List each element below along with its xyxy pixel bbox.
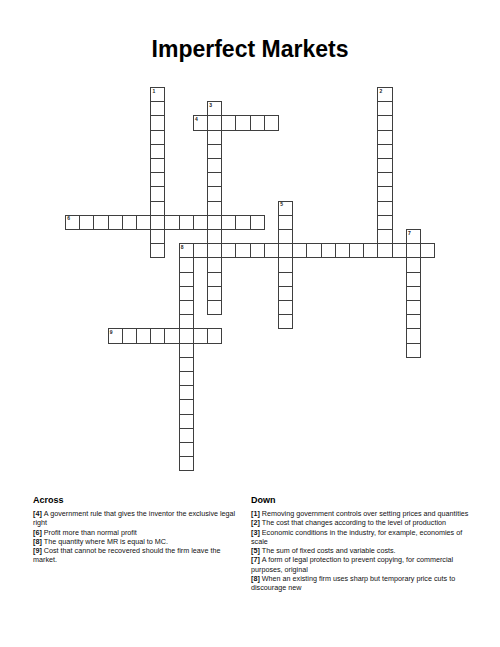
clue-down-2: [2] The cost that changes according to t… — [251, 518, 472, 527]
grid-cell-r0c6[interactable]: 1 — [150, 87, 165, 102]
grid-cell-r5c22[interactable] — [377, 158, 392, 173]
grid-cell-r2c14[interactable] — [264, 115, 279, 130]
grid-cell-r11c10[interactable] — [207, 243, 222, 258]
clue-number-8: 8 — [181, 245, 184, 251]
clue-number-4: 4 — [195, 117, 198, 123]
grid-cell-r9c10[interactable] — [207, 215, 222, 230]
grid-cell-r7c22[interactable] — [377, 186, 392, 201]
grid-cell-r19c8[interactable] — [179, 357, 194, 372]
grid-cell-r15c15[interactable] — [278, 300, 293, 315]
clue-number-label: [4] — [33, 509, 44, 518]
grid-cell-r13c15[interactable] — [278, 272, 293, 287]
clue-number-1: 1 — [152, 89, 155, 95]
grid-cell-r11c11[interactable] — [221, 243, 236, 258]
grid-cell-r26c8[interactable] — [179, 456, 194, 471]
grid-cell-r6c6[interactable] — [150, 172, 165, 187]
grid-cell-r11c14[interactable] — [264, 243, 279, 258]
grid-cell-r10c22[interactable] — [377, 229, 392, 244]
down-clue-list: [1] Removing government controls over se… — [251, 509, 472, 593]
clue-number-label: [8] — [251, 574, 262, 583]
clue-number-label: [2] — [251, 518, 262, 527]
grid-cell-r15c8[interactable] — [179, 300, 194, 315]
clue-number-label: [9] — [33, 546, 44, 555]
grid-cell-r9c3[interactable] — [108, 215, 123, 230]
grid-cell-r0c22[interactable]: 2 — [377, 87, 392, 102]
clue-down-5: [5] The sum of fixed costs and variable … — [251, 546, 472, 555]
grid-cell-r4c10[interactable] — [207, 144, 222, 159]
grid-cell-r11c16[interactable] — [292, 243, 307, 258]
grid-cell-r6c22[interactable] — [377, 172, 392, 187]
grid-cell-r14c10[interactable] — [207, 286, 222, 301]
grid-cell-r16c15[interactable] — [278, 314, 293, 329]
clue-down-7: [7] A form of legal protection to preven… — [251, 555, 472, 574]
grid-cell-r12c24[interactable] — [406, 257, 421, 272]
clue-number-label: [7] — [251, 555, 262, 564]
grid-cell-r15c24[interactable] — [406, 300, 421, 315]
grid-cell-r10c6[interactable] — [150, 229, 165, 244]
grid-cell-r2c12[interactable] — [235, 115, 250, 130]
across-clue-list: [4] A government rule that gives the inv… — [33, 509, 241, 565]
grid-cell-r11c6[interactable] — [150, 243, 165, 258]
grid-cell-r8c10[interactable] — [207, 201, 222, 216]
grid-cell-r9c22[interactable] — [377, 215, 392, 230]
grid-cell-r18c8[interactable] — [179, 343, 194, 358]
grid-cell-r9c5[interactable] — [136, 215, 151, 230]
clue-number-label: [3] — [251, 528, 262, 537]
grid-cell-r2c6[interactable] — [150, 115, 165, 130]
grid-cell-r9c4[interactable] — [122, 215, 137, 230]
clue-number-6: 6 — [67, 216, 70, 222]
clue-down-1: [1] Removing government controls over se… — [251, 509, 472, 518]
clue-across-9: [9] Cost that cannot be recovered should… — [33, 546, 241, 565]
grid-cell-r9c6[interactable] — [150, 215, 165, 230]
grid-cell-r11c21[interactable] — [363, 243, 378, 258]
grid-cell-r10c24[interactable]: 7 — [406, 229, 421, 244]
grid-cell-r2c13[interactable] — [250, 115, 265, 130]
clue-number-2: 2 — [380, 89, 383, 95]
clue-number-label: [5] — [251, 546, 262, 555]
grid-cell-r14c24[interactable] — [406, 286, 421, 301]
grid-cell-r3c22[interactable] — [377, 130, 392, 145]
clue-number-5: 5 — [280, 202, 283, 208]
grid-cell-r17c24[interactable] — [406, 328, 421, 343]
grid-cell-r17c6[interactable] — [150, 328, 165, 343]
grid-cell-r11c23[interactable] — [392, 243, 407, 258]
grid-cell-r20c8[interactable] — [179, 371, 194, 386]
grid-cell-r14c15[interactable] — [278, 286, 293, 301]
grid-cell-r3c10[interactable] — [207, 130, 222, 145]
grid-cell-r3c6[interactable] — [150, 130, 165, 145]
grid-cell-r11c13[interactable] — [250, 243, 265, 258]
clue-number-label: [6] — [33, 528, 44, 537]
grid-cell-r17c8[interactable] — [179, 328, 194, 343]
clue-down-8: [8] When an existing firm uses sharp but… — [251, 574, 472, 593]
grid-cell-r8c22[interactable] — [377, 201, 392, 216]
grid-cell-r11c8[interactable]: 8 — [179, 243, 194, 258]
grid-cell-r9c0[interactable]: 6 — [65, 215, 80, 230]
grid-cell-r18c24[interactable] — [406, 343, 421, 358]
grid-cell-r9c8[interactable] — [179, 215, 194, 230]
puzzle-page: Imperfect Markets 123456789 Across [4] A… — [0, 0, 500, 647]
grid-cell-r4c22[interactable] — [377, 144, 392, 159]
grid-cell-r9c9[interactable] — [193, 215, 208, 230]
grid-cell-r17c3[interactable]: 9 — [108, 328, 123, 343]
clue-number-3: 3 — [209, 103, 212, 109]
clue-number-label: [1] — [251, 509, 262, 518]
grid-cell-r11c25[interactable] — [420, 243, 435, 258]
grid-cell-r11c24[interactable] — [406, 243, 421, 258]
grid-cell-r11c22[interactable] — [377, 243, 392, 258]
grid-cell-r11c15[interactable] — [278, 243, 293, 258]
grid-cell-r14c8[interactable] — [179, 286, 194, 301]
grid-cell-r5c6[interactable] — [150, 158, 165, 173]
grid-cell-r2c10[interactable] — [207, 115, 222, 130]
grid-cell-r13c24[interactable] — [406, 272, 421, 287]
grid-cell-r1c6[interactable] — [150, 101, 165, 116]
grid-cell-r17c7[interactable] — [164, 328, 179, 343]
grid-cell-r9c12[interactable] — [235, 215, 250, 230]
grid-cell-r10c15[interactable] — [278, 229, 293, 244]
grid-cell-r25c8[interactable] — [179, 442, 194, 457]
grid-cell-r9c7[interactable] — [164, 215, 179, 230]
grid-cell-r11c18[interactable] — [321, 243, 336, 258]
grid-cell-r4c6[interactable] — [150, 144, 165, 159]
grid-cell-r8c15[interactable]: 5 — [278, 201, 293, 216]
grid-cell-r7c10[interactable] — [207, 186, 222, 201]
grid-cell-r12c8[interactable] — [179, 257, 194, 272]
down-header: Down — [251, 495, 472, 505]
grid-cell-r13c10[interactable] — [207, 272, 222, 287]
grid-cell-r16c24[interactable] — [406, 314, 421, 329]
clue-number-label: [8] — [33, 537, 44, 546]
clue-across-8: [8] The quantity where MR is equal to MC… — [33, 537, 241, 546]
clue-number-9: 9 — [110, 330, 113, 336]
grid-cell-r12c15[interactable] — [278, 257, 293, 272]
grid-cell-r2c9[interactable]: 4 — [193, 115, 208, 130]
grid-cell-r11c19[interactable] — [335, 243, 350, 258]
grid-cell-r1c22[interactable] — [377, 101, 392, 116]
grid-cell-r17c4[interactable] — [122, 328, 137, 343]
grid-cell-r22c8[interactable] — [179, 399, 194, 414]
puzzle-title: Imperfect Markets — [0, 36, 500, 63]
grid-cell-r24c8[interactable] — [179, 428, 194, 443]
grid-cell-r17c10[interactable] — [207, 328, 222, 343]
grid-cell-r9c2[interactable] — [93, 215, 108, 230]
grid-cell-r6c10[interactable] — [207, 172, 222, 187]
grid-cell-r2c22[interactable] — [377, 115, 392, 130]
grid-cell-r16c8[interactable] — [179, 314, 194, 329]
grid-cell-r5c10[interactable] — [207, 158, 222, 173]
grid-cell-r12c10[interactable] — [207, 257, 222, 272]
clue-down-3: [3] Economic conditions in the industry,… — [251, 528, 472, 547]
grid-cell-r1c10[interactable]: 3 — [207, 101, 222, 116]
clue-across-6: [6] Profit more than normal profit — [33, 528, 241, 537]
grid-cell-r2c11[interactable] — [221, 115, 236, 130]
grid-cell-r7c6[interactable] — [150, 186, 165, 201]
grid-cell-r13c8[interactable] — [179, 272, 194, 287]
grid-cell-r15c10[interactable] — [207, 300, 222, 315]
grid-cell-r9c15[interactable] — [278, 215, 293, 230]
grid-cell-r21c8[interactable] — [179, 385, 194, 400]
grid-cell-r8c6[interactable] — [150, 201, 165, 216]
grid-cell-r23c8[interactable] — [179, 414, 194, 429]
grid-cell-r10c10[interactable] — [207, 229, 222, 244]
grid-cell-r9c13[interactable] — [250, 215, 265, 230]
grid-cell-r9c11[interactable] — [221, 215, 236, 230]
clue-number-7: 7 — [408, 231, 411, 237]
grid-cell-r11c12[interactable] — [235, 243, 250, 258]
grid-cell-r11c17[interactable] — [306, 243, 321, 258]
clue-across-4: [4] A government rule that gives the inv… — [33, 509, 241, 528]
grid-cell-r11c20[interactable] — [349, 243, 364, 258]
crossword-grid: 123456789 — [65, 87, 436, 472]
down-clues-section: Down [1] Removing government controls ov… — [251, 495, 472, 593]
across-clues-section: Across [4] A government rule that gives … — [33, 495, 241, 565]
grid-cell-r17c9[interactable] — [193, 328, 208, 343]
grid-cell-r11c9[interactable] — [193, 243, 208, 258]
grid-cell-r17c5[interactable] — [136, 328, 151, 343]
across-header: Across — [33, 495, 241, 505]
grid-cell-r9c1[interactable] — [79, 215, 94, 230]
